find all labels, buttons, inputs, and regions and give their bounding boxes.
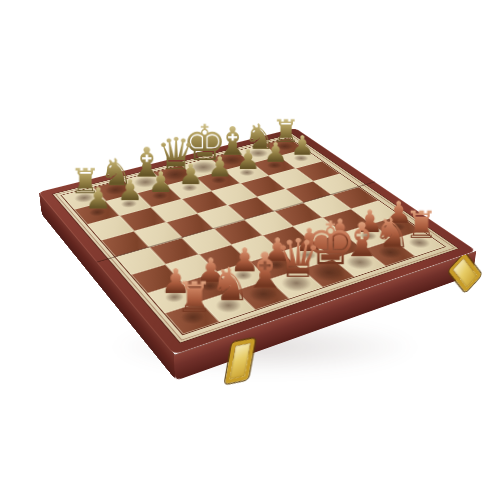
chess-box: ♜♞♝♛♚♝♞♜♟♟♟♟♟♟♟♟♟♟♟♟♟♟♟♟♜♞♝♛♚♝♞♜ [38, 128, 476, 355]
product-photo-scene: ♜♞♝♛♚♝♞♜♟♟♟♟♟♟♟♟♟♟♟♟♟♟♟♟♜♞♝♛♚♝♞♜ [0, 0, 499, 500]
rook-glyph: ♜ [154, 277, 234, 319]
brass-latch-icon [448, 253, 481, 292]
brass-latch-icon [225, 338, 255, 384]
